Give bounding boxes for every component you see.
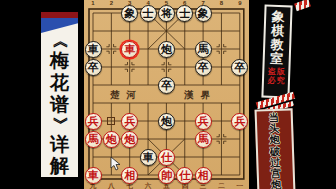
piece-red-仕[interactable]: 仕 <box>158 149 175 166</box>
piece-black-象[interactable]: 象 <box>195 5 212 22</box>
banner-char: 花 <box>50 73 69 92</box>
piece-red-帥[interactable]: 帥 <box>158 167 175 184</box>
piece-red-車[interactable]: 車 <box>85 167 102 184</box>
file-label-bottom: 一 <box>234 182 246 189</box>
left-banner-title: 《梅花谱》详解 <box>41 32 78 177</box>
piece-red-車[interactable]: 車 <box>121 41 138 58</box>
banner-char: 当 <box>268 112 279 124</box>
banner-char: 过 <box>270 157 281 169</box>
banner-red-bar <box>41 12 78 19</box>
last-move-origin-marker <box>107 117 115 125</box>
piece-red-兵[interactable]: 兵 <box>121 113 138 130</box>
banner-char: 破 <box>270 146 281 158</box>
piece-black-車[interactable]: 車 <box>140 149 157 166</box>
river-text-right: 漢界 <box>184 89 217 102</box>
video-frame: 123456789 九八七六五四三二一 楚河 漢界 象士将士象車車炮馬卒卒卒卒兵… <box>0 0 336 189</box>
piece-black-士[interactable]: 士 <box>140 5 157 22</box>
piece-red-炮[interactable]: 炮 <box>103 131 120 148</box>
banner-char: 炮 <box>269 134 280 146</box>
banner-char: 炮 <box>271 179 282 189</box>
file-label-top: 8 <box>215 0 227 6</box>
banner-char: 解 <box>50 156 69 175</box>
piece-red-馬[interactable]: 馬 <box>85 131 102 148</box>
channel-name: 象棋教室 <box>270 10 285 67</box>
left-title-banner: 《梅花谱》详解 <box>41 12 78 177</box>
banner-char: 必 <box>267 76 276 85</box>
banner-char: 究 <box>276 77 285 86</box>
banner-char: 》 <box>52 117 67 132</box>
piece-black-将[interactable]: 将 <box>158 5 175 22</box>
piece-red-馬[interactable]: 馬 <box>195 131 212 148</box>
banner-char: 梅 <box>50 51 69 70</box>
piece-black-馬[interactable]: 馬 <box>195 41 212 58</box>
piece-black-士[interactable]: 士 <box>176 5 193 22</box>
ribbon-stripe-icon <box>294 0 311 11</box>
river-text-left: 楚河 <box>110 89 143 102</box>
file-label-top: 2 <box>105 0 117 6</box>
banner-blue-band <box>41 18 78 33</box>
piece-red-兵[interactable]: 兵 <box>85 113 102 130</box>
file-label-bottom: 八 <box>105 182 117 189</box>
channel-banner: 象棋教室 盗版必究 <box>261 5 292 99</box>
banner-char: 室 <box>270 52 283 66</box>
piece-red-炮[interactable]: 炮 <box>121 131 138 148</box>
xiangqi-board[interactable]: 123456789 九八七六五四三二一 楚河 漢界 象士将士象車車炮馬卒卒卒卒兵… <box>84 0 249 189</box>
piece-black-卒[interactable]: 卒 <box>195 59 212 76</box>
file-label-top: 9 <box>234 0 246 6</box>
episode-title-banner: 当头炮破过宫炮 <box>255 108 296 189</box>
piece-red-兵[interactable]: 兵 <box>231 113 248 130</box>
piece-black-炮[interactable]: 炮 <box>158 113 175 130</box>
copyright-notice: 盗版必究 <box>267 68 286 85</box>
piece-black-卒[interactable]: 卒 <box>158 77 175 94</box>
piece-red-仕[interactable]: 仕 <box>176 167 193 184</box>
piece-red-相[interactable]: 相 <box>195 167 212 184</box>
piece-black-卒[interactable]: 卒 <box>85 59 102 76</box>
banner-char: 谱 <box>50 95 69 114</box>
piece-black-炮[interactable]: 炮 <box>158 41 175 58</box>
piece-black-卒[interactable]: 卒 <box>231 59 248 76</box>
piece-red-相[interactable]: 相 <box>121 167 138 184</box>
piece-black-象[interactable]: 象 <box>121 5 138 22</box>
banner-char: 《 <box>52 33 67 48</box>
file-label-top: 1 <box>87 0 99 6</box>
piece-black-車[interactable]: 車 <box>85 41 102 58</box>
piece-red-兵[interactable]: 兵 <box>195 113 212 130</box>
banner-char: 详 <box>50 135 69 154</box>
file-label-bottom: 六 <box>142 182 154 189</box>
file-label-bottom: 二 <box>215 182 227 189</box>
